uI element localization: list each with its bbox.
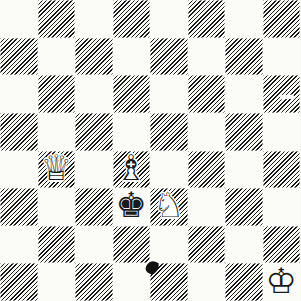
square-h3[interactable] xyxy=(263,188,301,226)
square-c5[interactable] xyxy=(75,113,113,151)
square-c7[interactable] xyxy=(75,38,113,76)
square-c3[interactable] xyxy=(75,188,113,226)
square-b5[interactable] xyxy=(38,113,76,151)
square-g2[interactable] xyxy=(225,226,263,264)
square-a1[interactable] xyxy=(0,263,38,301)
square-e5[interactable] xyxy=(150,113,188,151)
square-g1[interactable] xyxy=(225,263,263,301)
white-king-icon: ♔ xyxy=(266,264,297,299)
square-d8[interactable] xyxy=(113,0,151,38)
square-h2[interactable] xyxy=(263,226,301,264)
white-knight-icon: ♘ xyxy=(153,188,184,223)
square-a4[interactable] xyxy=(0,151,38,189)
square-a3[interactable] xyxy=(0,188,38,226)
square-g7[interactable] xyxy=(225,38,263,76)
square-g4[interactable] xyxy=(225,151,263,189)
square-f5[interactable] xyxy=(188,113,226,151)
square-g3[interactable] xyxy=(225,188,263,226)
square-a8[interactable] xyxy=(0,0,38,38)
square-c6[interactable] xyxy=(75,75,113,113)
square-b8[interactable] xyxy=(38,0,76,38)
square-a2[interactable] xyxy=(0,226,38,264)
square-g5[interactable] xyxy=(225,113,263,151)
square-b6[interactable] xyxy=(38,75,76,113)
square-f7[interactable] xyxy=(188,38,226,76)
square-h4[interactable] xyxy=(263,151,301,189)
square-d7[interactable] xyxy=(113,38,151,76)
square-f1[interactable] xyxy=(188,263,226,301)
square-b7[interactable] xyxy=(38,38,76,76)
square-d3[interactable]: ♚ xyxy=(113,188,151,226)
square-e2[interactable] xyxy=(150,226,188,264)
square-b1[interactable] xyxy=(38,263,76,301)
square-f4[interactable] xyxy=(188,151,226,189)
white-knight-piece[interactable]: ♞♘ xyxy=(150,188,188,226)
square-d6[interactable] xyxy=(113,75,151,113)
square-d5[interactable] xyxy=(113,113,151,151)
square-f8[interactable] xyxy=(188,0,226,38)
square-c2[interactable] xyxy=(75,226,113,264)
square-d2[interactable] xyxy=(113,226,151,264)
white-king-piece[interactable]: ♚♔ xyxy=(263,263,301,301)
square-h8[interactable] xyxy=(263,0,301,38)
chess-board: ♛♕♝♗♚♞♘♚♔ xyxy=(0,0,300,301)
square-h7[interactable] xyxy=(263,38,301,76)
square-a5[interactable] xyxy=(0,113,38,151)
square-f2[interactable] xyxy=(188,226,226,264)
square-a7[interactable] xyxy=(0,38,38,76)
square-e8[interactable] xyxy=(150,0,188,38)
square-f3[interactable] xyxy=(188,188,226,226)
square-b4[interactable]: ♛♕ xyxy=(38,151,76,189)
square-h6[interactable] xyxy=(263,75,301,113)
square-c8[interactable] xyxy=(75,0,113,38)
square-e3[interactable]: ♞♘ xyxy=(150,188,188,226)
square-h5[interactable] xyxy=(263,113,301,151)
square-e7[interactable] xyxy=(150,38,188,76)
white-bishop-icon: ♗ xyxy=(116,151,147,186)
white-bishop-piece[interactable]: ♝♗ xyxy=(113,151,151,189)
square-c1[interactable] xyxy=(75,263,113,301)
black-king-piece[interactable]: ♚ xyxy=(113,188,151,226)
square-b2[interactable] xyxy=(38,226,76,264)
black-king-icon: ♚ xyxy=(116,188,147,223)
square-f6[interactable] xyxy=(188,75,226,113)
square-g6[interactable] xyxy=(225,75,263,113)
square-b3[interactable] xyxy=(38,188,76,226)
white-queen-piece[interactable]: ♛♕ xyxy=(38,151,76,189)
square-d4[interactable]: ♝♗ xyxy=(113,151,151,189)
square-h1[interactable]: ♚♔ xyxy=(263,263,301,301)
square-c4[interactable] xyxy=(75,151,113,189)
square-e4[interactable] xyxy=(150,151,188,189)
square-e6[interactable] xyxy=(150,75,188,113)
square-a6[interactable] xyxy=(0,75,38,113)
square-g8[interactable] xyxy=(225,0,263,38)
white-queen-icon: ♕ xyxy=(41,151,72,186)
chess-diagram: ♛♕♝♗♚♞♘♚♔ xyxy=(0,0,300,301)
